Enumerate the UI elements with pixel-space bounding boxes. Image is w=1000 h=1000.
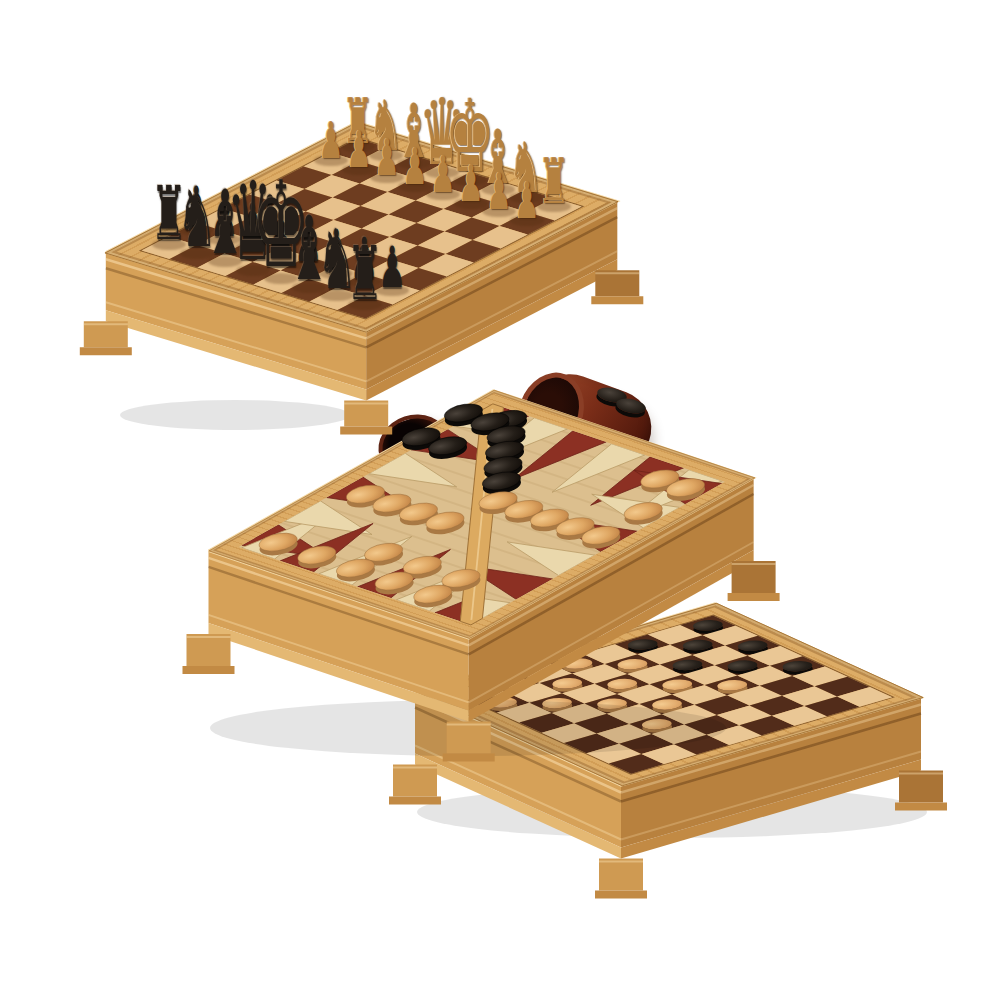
chess-board	[104, 122, 618, 332]
chess-board-grid	[139, 137, 585, 319]
backgammon-board	[208, 390, 755, 639]
checkers-board	[415, 603, 924, 786]
game-set-product-photo: ♜♞♟♝♟♛♟♚♟♝♟♞♟♜♟♟♟♟♜♟♞♟♝♟♛♟♚♟♝♟♞♜	[0, 0, 1000, 1000]
backgammon-playfield	[239, 404, 725, 625]
checkers-board-grid	[449, 614, 895, 774]
